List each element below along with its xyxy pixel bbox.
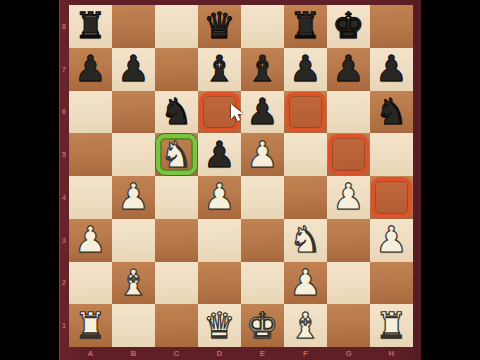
rank-label: 6 <box>59 91 69 134</box>
square-c3[interactable] <box>155 219 198 262</box>
black-pawn[interactable]: ♟ <box>198 133 241 176</box>
square-e7[interactable]: ♝ <box>241 48 284 91</box>
black-pawn[interactable]: ♟ <box>112 48 155 91</box>
red-highlight <box>371 177 412 218</box>
square-d2[interactable] <box>198 262 241 305</box>
white-knight[interactable]: ♞ <box>284 219 327 262</box>
square-f8[interactable]: ♜ <box>284 5 327 48</box>
file-label: D <box>198 347 241 360</box>
rank-label: 8 <box>59 5 69 48</box>
square-b2[interactable]: ♝ <box>112 262 155 305</box>
white-pawn[interactable]: ♟ <box>112 176 155 219</box>
black-pawn[interactable]: ♟ <box>284 48 327 91</box>
square-g2[interactable] <box>327 262 370 305</box>
square-f4[interactable] <box>284 176 327 219</box>
letterbox-right <box>421 0 480 360</box>
square-g1[interactable] <box>327 304 370 347</box>
square-a4[interactable] <box>69 176 112 219</box>
black-pawn[interactable]: ♟ <box>370 48 413 91</box>
white-pawn[interactable]: ♟ <box>284 262 327 305</box>
square-a7[interactable]: ♟ <box>69 48 112 91</box>
white-knight[interactable]: ♞ <box>155 133 198 176</box>
red-highlight <box>285 92 326 133</box>
file-label: C <box>155 347 198 360</box>
square-h1[interactable]: ♜ <box>370 304 413 347</box>
file-label: H <box>370 347 413 360</box>
square-b1[interactable] <box>112 304 155 347</box>
square-h5[interactable] <box>370 133 413 176</box>
square-e6[interactable]: ♟ <box>241 91 284 134</box>
square-c4[interactable] <box>155 176 198 219</box>
square-h3[interactable]: ♟ <box>370 219 413 262</box>
square-f5[interactable] <box>284 133 327 176</box>
square-g8[interactable]: ♚ <box>327 5 370 48</box>
white-rook[interactable]: ♜ <box>69 304 112 347</box>
black-knight[interactable]: ♞ <box>155 91 198 134</box>
white-queen[interactable]: ♛ <box>198 304 241 347</box>
black-pawn[interactable]: ♟ <box>69 48 112 91</box>
white-bishop[interactable]: ♝ <box>284 304 327 347</box>
square-a5[interactable] <box>69 133 112 176</box>
file-label: F <box>284 347 327 360</box>
square-a8[interactable]: ♜ <box>69 5 112 48</box>
file-label: A <box>69 347 112 360</box>
black-pawn[interactable]: ♟ <box>241 91 284 134</box>
square-d1[interactable]: ♛ <box>198 304 241 347</box>
red-highlight <box>199 92 240 133</box>
square-h4[interactable] <box>370 176 413 219</box>
rank-label: 2 <box>59 262 69 305</box>
file-labels: ABCDEFGH <box>69 347 413 360</box>
square-c8[interactable] <box>155 5 198 48</box>
chessboard-frame: 87654321 ABCDEFGH ♜♛♜♚♟♟♝♝♟♟♟♞♟♞♞♟♟♟♟♟♟♞… <box>59 0 421 360</box>
square-b5[interactable] <box>112 133 155 176</box>
white-pawn[interactable]: ♟ <box>370 219 413 262</box>
square-g4[interactable]: ♟ <box>327 176 370 219</box>
square-h8[interactable] <box>370 5 413 48</box>
square-c6[interactable]: ♞ <box>155 91 198 134</box>
square-e8[interactable] <box>241 5 284 48</box>
square-g6[interactable] <box>327 91 370 134</box>
square-h7[interactable]: ♟ <box>370 48 413 91</box>
rank-label: 1 <box>59 304 69 347</box>
square-c7[interactable] <box>155 48 198 91</box>
square-a2[interactable] <box>69 262 112 305</box>
square-e1[interactable]: ♚ <box>241 304 284 347</box>
square-h2[interactable] <box>370 262 413 305</box>
black-pawn[interactable]: ♟ <box>327 48 370 91</box>
rank-label: 5 <box>59 133 69 176</box>
letterbox-left <box>0 0 59 360</box>
square-a3[interactable]: ♟ <box>69 219 112 262</box>
square-f1[interactable]: ♝ <box>284 304 327 347</box>
white-pawn[interactable]: ♟ <box>327 176 370 219</box>
board: ♜♛♜♚♟♟♝♝♟♟♟♞♟♞♞♟♟♟♟♟♟♞♟♝♟♜♛♚♝♜ <box>69 5 413 347</box>
white-rook[interactable]: ♜ <box>370 304 413 347</box>
video-stage: 87654321 ABCDEFGH ♜♛♜♚♟♟♝♝♟♟♟♞♟♞♞♟♟♟♟♟♟♞… <box>0 0 480 360</box>
square-c5[interactable]: ♞ <box>155 133 198 176</box>
square-b6[interactable] <box>112 91 155 134</box>
square-g5[interactable] <box>327 133 370 176</box>
square-f2[interactable]: ♟ <box>284 262 327 305</box>
square-b7[interactable]: ♟ <box>112 48 155 91</box>
file-label: G <box>327 347 370 360</box>
white-pawn[interactable]: ♟ <box>241 133 284 176</box>
square-c2[interactable] <box>155 262 198 305</box>
square-b4[interactable]: ♟ <box>112 176 155 219</box>
red-highlight <box>328 134 369 175</box>
square-e2[interactable] <box>241 262 284 305</box>
square-d5[interactable]: ♟ <box>198 133 241 176</box>
square-a6[interactable] <box>69 91 112 134</box>
rank-label: 3 <box>59 219 69 262</box>
square-e3[interactable] <box>241 219 284 262</box>
white-king[interactable]: ♚ <box>241 304 284 347</box>
black-bishop[interactable]: ♝ <box>198 48 241 91</box>
square-e4[interactable] <box>241 176 284 219</box>
square-a1[interactable]: ♜ <box>69 304 112 347</box>
square-g3[interactable] <box>327 219 370 262</box>
rank-label: 4 <box>59 176 69 219</box>
square-g7[interactable]: ♟ <box>327 48 370 91</box>
black-king[interactable]: ♚ <box>327 5 370 48</box>
square-e5[interactable]: ♟ <box>241 133 284 176</box>
white-pawn[interactable]: ♟ <box>198 176 241 219</box>
square-d4[interactable]: ♟ <box>198 176 241 219</box>
square-b8[interactable] <box>112 5 155 48</box>
square-d3[interactable] <box>198 219 241 262</box>
black-bishop[interactable]: ♝ <box>241 48 284 91</box>
white-pawn[interactable]: ♟ <box>69 219 112 262</box>
square-f7[interactable]: ♟ <box>284 48 327 91</box>
black-knight[interactable]: ♞ <box>370 91 413 134</box>
square-h6[interactable]: ♞ <box>370 91 413 134</box>
file-label: B <box>112 347 155 360</box>
black-rook[interactable]: ♜ <box>69 5 112 48</box>
square-d7[interactable]: ♝ <box>198 48 241 91</box>
file-label: E <box>241 347 284 360</box>
square-c1[interactable] <box>155 304 198 347</box>
rank-label: 7 <box>59 48 69 91</box>
square-b3[interactable] <box>112 219 155 262</box>
square-f3[interactable]: ♞ <box>284 219 327 262</box>
rank-labels: 87654321 <box>59 5 69 347</box>
square-d8[interactable]: ♛ <box>198 5 241 48</box>
black-rook[interactable]: ♜ <box>284 5 327 48</box>
square-f6[interactable] <box>284 91 327 134</box>
square-d6[interactable] <box>198 91 241 134</box>
white-bishop[interactable]: ♝ <box>112 262 155 305</box>
black-queen[interactable]: ♛ <box>198 5 241 48</box>
